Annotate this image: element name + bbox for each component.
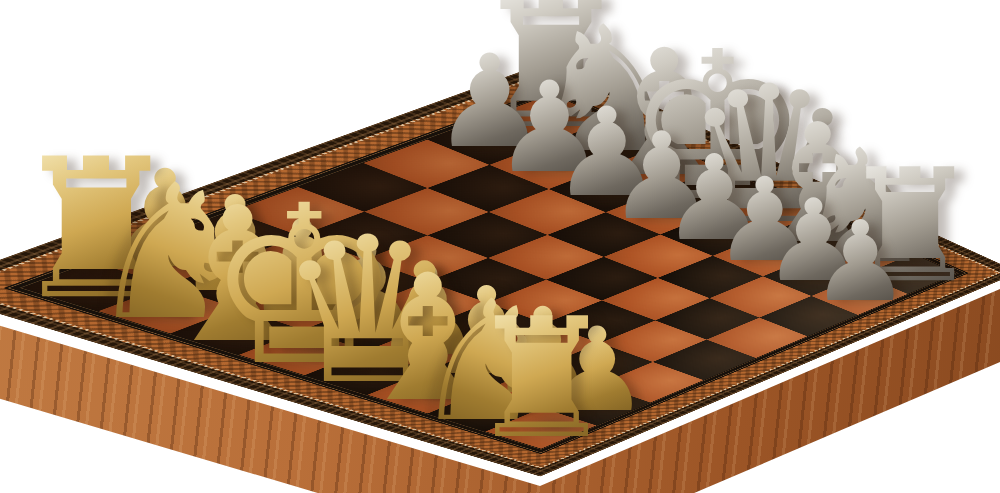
piece-white-rook-h1[interactable]: ♜ <box>468 296 616 461</box>
chess-photo-scene: ♜♟♞♟♝♟♚♟♛♝♟♞♟♟♜♟♟♜♟♟♞♟♝♟♚♟♛♟♝♟♞♜ <box>0 0 1000 493</box>
piece-black-pawn-h7[interactable]: ♟ <box>810 206 910 317</box>
piece-layer: ♜♟♞♟♝♟♚♟♛♝♟♞♟♟♜♟♟♜♟♟♞♟♝♟♚♟♛♟♝♟♞♜ <box>0 0 1000 493</box>
